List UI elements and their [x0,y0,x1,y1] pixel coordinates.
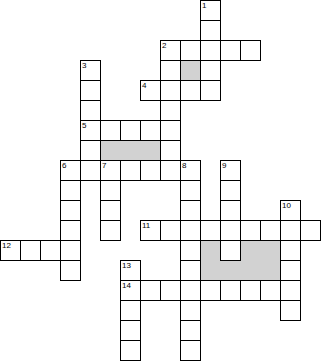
crossword-cell[interactable] [120,120,141,141]
crossword-cell[interactable] [160,160,181,181]
crossword-cell[interactable] [120,320,141,341]
crossword-cell[interactable] [140,280,161,301]
crossword-cell[interactable]: 4 [140,80,161,101]
crossword-cell[interactable] [20,240,41,261]
crossword-cell[interactable] [60,180,81,201]
crossword-cell[interactable] [140,160,161,181]
crossword-cell[interactable] [200,20,221,41]
crossword-cell[interactable]: 14 [120,280,141,301]
crossword-cell[interactable] [180,180,201,201]
crossword-cell[interactable] [60,260,81,281]
crossword-cell[interactable] [280,220,301,241]
crossword-cell[interactable] [100,200,121,221]
clue-number: 9 [222,161,226,170]
crossword-cell[interactable] [180,40,201,61]
crossword-cell[interactable] [160,140,181,161]
crossword-cell[interactable] [280,260,301,281]
crossword-cell[interactable] [200,80,221,101]
blocked-cell [140,140,161,161]
clue-number: 14 [122,281,131,290]
crossword-cell[interactable] [60,220,81,241]
crossword-cell[interactable]: 11 [140,220,161,241]
crossword-cell[interactable]: 2 [160,40,181,61]
crossword-cell[interactable]: 6 [60,160,81,181]
crossword-cell[interactable] [180,320,201,341]
crossword-cell[interactable] [100,120,121,141]
crossword-cell[interactable] [260,220,281,241]
crossword-cell[interactable] [100,220,121,241]
crossword-cell[interactable] [80,160,101,181]
clue-number: 11 [142,221,150,230]
blocked-cell [100,140,121,161]
crossword-cell[interactable] [160,280,181,301]
crossword-cell[interactable] [120,300,141,321]
crossword-cell[interactable]: 8 [180,160,201,181]
crossword-cell[interactable] [240,40,261,61]
crossword-cell[interactable] [180,340,201,361]
crossword-cell[interactable]: 1 [200,0,221,21]
clue-number: 4 [142,81,146,90]
clue-number: 5 [82,121,86,130]
clue-number: 2 [162,41,166,50]
crossword-cell[interactable] [140,120,161,141]
crossword-cell[interactable] [200,280,221,301]
crossword-cell[interactable] [80,100,101,121]
blocked-cell [200,260,221,281]
clue-number: 6 [62,161,66,170]
crossword-cell[interactable] [280,300,301,321]
crossword-cell[interactable]: 5 [80,120,101,141]
crossword-board: 1234567891011121314 [0,0,321,361]
clue-number: 3 [82,61,86,70]
crossword-cell[interactable]: 3 [80,60,101,81]
crossword-cell[interactable] [200,40,221,61]
crossword-cell[interactable] [300,220,321,241]
crossword-cell[interactable] [120,160,141,181]
crossword-cell[interactable] [180,240,201,261]
blocked-cell [240,240,261,261]
crossword-cell[interactable] [160,220,181,241]
clue-number: 13 [122,261,131,270]
crossword-cell[interactable] [180,220,201,241]
crossword-cell[interactable] [220,240,241,261]
clue-number: 8 [182,161,186,170]
crossword-cell[interactable] [160,120,181,141]
crossword-cell[interactable]: 13 [120,260,141,281]
clue-number: 10 [282,201,291,210]
crossword-cell[interactable] [60,240,81,261]
crossword-cell[interactable] [40,240,61,261]
crossword-cell[interactable] [180,300,201,321]
crossword-cell[interactable] [260,280,281,301]
crossword-cell[interactable] [180,80,201,101]
crossword-cell[interactable] [160,100,181,121]
blocked-cell [200,240,221,261]
crossword-cell[interactable] [160,80,181,101]
crossword-cell[interactable] [240,220,261,241]
crossword-cell[interactable] [280,240,301,261]
blocked-cell [120,140,141,161]
blocked-cell [220,260,241,281]
crossword-cell[interactable]: 12 [0,240,21,261]
clue-number: 7 [102,161,106,170]
crossword-cell[interactable] [220,180,241,201]
crossword-cell[interactable]: 7 [100,160,121,181]
crossword-cell[interactable] [120,340,141,361]
crossword-cell[interactable] [200,60,221,81]
crossword-cell[interactable] [180,260,201,281]
crossword-cell[interactable] [220,200,241,221]
crossword-cell[interactable] [100,180,121,201]
crossword-cell[interactable] [200,220,221,241]
crossword-cell[interactable] [160,60,181,81]
crossword-cell[interactable] [240,280,261,301]
clue-number: 12 [2,241,11,250]
blocked-cell [240,260,261,281]
crossword-cell[interactable]: 9 [220,160,241,181]
crossword-cell[interactable] [220,220,241,241]
crossword-cell[interactable] [80,80,101,101]
crossword-cell[interactable] [220,40,241,61]
crossword-cell[interactable] [80,140,101,161]
crossword-cell[interactable]: 10 [280,200,301,221]
crossword-cell[interactable] [180,280,201,301]
blocked-cell [260,240,281,261]
crossword-cell[interactable] [220,280,241,301]
blocked-cell [260,260,281,281]
crossword-cell[interactable] [60,200,81,221]
clue-number: 1 [202,1,206,10]
crossword-cell[interactable] [280,280,301,301]
crossword-cell[interactable] [180,200,201,221]
blocked-cell [180,60,201,81]
